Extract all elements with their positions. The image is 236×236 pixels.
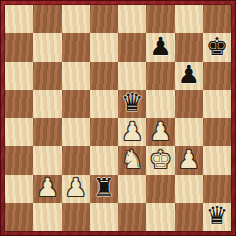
- square-b6[interactable]: [33, 62, 61, 90]
- square-e7[interactable]: [118, 33, 146, 61]
- square-b8[interactable]: [33, 5, 61, 33]
- square-e3[interactable]: ♞: [118, 146, 146, 174]
- square-g2[interactable]: [175, 175, 203, 203]
- square-f8[interactable]: [146, 5, 174, 33]
- square-e2[interactable]: [118, 175, 146, 203]
- square-b5[interactable]: [33, 90, 61, 118]
- square-h6[interactable]: [203, 62, 231, 90]
- square-b1[interactable]: [33, 203, 61, 231]
- square-a8[interactable]: [5, 5, 33, 33]
- square-a2[interactable]: [5, 175, 33, 203]
- piece-black-queen-h1[interactable]: ♛: [206, 203, 228, 228]
- square-f2[interactable]: [146, 175, 174, 203]
- square-h8[interactable]: [203, 5, 231, 33]
- square-a4[interactable]: [5, 118, 33, 146]
- square-d6[interactable]: [90, 62, 118, 90]
- square-d5[interactable]: [90, 90, 118, 118]
- square-e6[interactable]: [118, 62, 146, 90]
- piece-black-king-h7[interactable]: ♚: [206, 34, 228, 59]
- piece-white-knight-e3[interactable]: ♞: [121, 147, 143, 172]
- board-frame: ♟♚♟♛♟♟♞♚♟♟♟♜♛: [0, 0, 236, 236]
- square-g3[interactable]: ♟: [175, 146, 203, 174]
- square-f6[interactable]: [146, 62, 174, 90]
- square-c4[interactable]: [62, 118, 90, 146]
- square-g7[interactable]: [175, 33, 203, 61]
- square-h3[interactable]: [203, 146, 231, 174]
- square-f5[interactable]: [146, 90, 174, 118]
- square-d8[interactable]: [90, 5, 118, 33]
- square-g5[interactable]: [175, 90, 203, 118]
- piece-white-pawn-c2[interactable]: ♟: [64, 175, 86, 200]
- piece-black-rook-d2[interactable]: ♜: [93, 175, 115, 200]
- square-g4[interactable]: [175, 118, 203, 146]
- square-c1[interactable]: [62, 203, 90, 231]
- square-e8[interactable]: [118, 5, 146, 33]
- square-e1[interactable]: [118, 203, 146, 231]
- square-f7[interactable]: ♟: [146, 33, 174, 61]
- square-a5[interactable]: [5, 90, 33, 118]
- square-a7[interactable]: [5, 33, 33, 61]
- square-d2[interactable]: ♜: [90, 175, 118, 203]
- square-a6[interactable]: [5, 62, 33, 90]
- square-h4[interactable]: [203, 118, 231, 146]
- square-a3[interactable]: [5, 146, 33, 174]
- square-b3[interactable]: [33, 146, 61, 174]
- square-f1[interactable]: [146, 203, 174, 231]
- square-c8[interactable]: [62, 5, 90, 33]
- square-d7[interactable]: [90, 33, 118, 61]
- square-a1[interactable]: [5, 203, 33, 231]
- square-c5[interactable]: [62, 90, 90, 118]
- square-h7[interactable]: ♚: [203, 33, 231, 61]
- piece-white-pawn-e4[interactable]: ♟: [121, 119, 143, 144]
- piece-black-queen-e5[interactable]: ♛: [121, 90, 143, 115]
- chess-board: ♟♚♟♛♟♟♞♚♟♟♟♜♛: [5, 5, 231, 231]
- square-c3[interactable]: [62, 146, 90, 174]
- square-d4[interactable]: [90, 118, 118, 146]
- square-b7[interactable]: [33, 33, 61, 61]
- square-d1[interactable]: [90, 203, 118, 231]
- piece-white-king-f3[interactable]: ♚: [149, 147, 171, 172]
- piece-black-pawn-g6[interactable]: ♟: [177, 62, 199, 87]
- square-f4[interactable]: ♟: [146, 118, 174, 146]
- piece-white-pawn-g3[interactable]: ♟: [177, 147, 199, 172]
- square-g6[interactable]: ♟: [175, 62, 203, 90]
- piece-white-pawn-f4[interactable]: ♟: [149, 119, 171, 144]
- square-g1[interactable]: [175, 203, 203, 231]
- piece-white-pawn-b2[interactable]: ♟: [36, 175, 58, 200]
- square-f3[interactable]: ♚: [146, 146, 174, 174]
- square-c7[interactable]: [62, 33, 90, 61]
- square-g8[interactable]: [175, 5, 203, 33]
- square-e4[interactable]: ♟: [118, 118, 146, 146]
- square-b2[interactable]: ♟: [33, 175, 61, 203]
- square-c6[interactable]: [62, 62, 90, 90]
- square-c2[interactable]: ♟: [62, 175, 90, 203]
- square-h5[interactable]: [203, 90, 231, 118]
- square-h1[interactable]: ♛: [203, 203, 231, 231]
- piece-black-pawn-f7[interactable]: ♟: [149, 34, 171, 59]
- square-h2[interactable]: [203, 175, 231, 203]
- square-e5[interactable]: ♛: [118, 90, 146, 118]
- square-d3[interactable]: [90, 146, 118, 174]
- square-b4[interactable]: [33, 118, 61, 146]
